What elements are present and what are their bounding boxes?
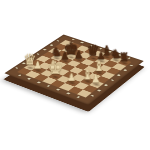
frame-stud <box>104 84 108 86</box>
frame-stud <box>18 74 22 76</box>
frame-stud <box>47 85 51 87</box>
frame-stud <box>56 89 60 91</box>
product-photo: ♝♞♜♛♟♚♟♞♟♝♟♝♟♛♟♚♟ <box>0 0 150 150</box>
frame-stud <box>130 64 133 66</box>
frame-stud <box>37 81 41 83</box>
piece-white-pawn-f2: ♟ <box>60 58 85 83</box>
frame-stud <box>97 90 101 92</box>
frame-stud <box>111 79 115 81</box>
piece-black-rook-h8: ♜ <box>112 39 136 63</box>
piece-white-pawn-h3: ♟ <box>83 60 108 85</box>
frame-stud <box>66 92 70 94</box>
chess-board: ♝♞♜♛♟♚♟♞♟♝♟♝♟♛♟♚♟ <box>4 35 143 105</box>
frame-stud <box>90 95 94 97</box>
square-h3: ♟ <box>89 80 104 88</box>
board-frame: ♝♞♜♛♟♚♟♞♟♝♟♝♟♛♟♚♟ <box>4 35 143 105</box>
frame-stud <box>123 69 126 71</box>
frame-stud <box>77 96 81 98</box>
frame-stud <box>117 74 121 76</box>
board-scene: ♝♞♜♛♟♚♟♞♟♝♟♝♟♛♟♚♟ <box>0 0 150 150</box>
frame-stud <box>27 78 31 80</box>
